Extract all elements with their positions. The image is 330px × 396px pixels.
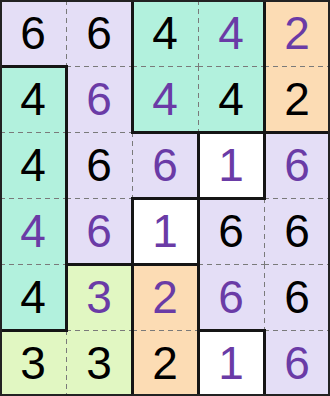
- solved-digit: 1: [152, 198, 178, 264]
- given-digit: 2: [152, 330, 178, 396]
- cell-r5c0[interactable]: 3: [0, 330, 66, 396]
- given-digit: 4: [218, 66, 244, 132]
- cell-r4c0[interactable]: 4: [0, 264, 66, 330]
- cell-r0c2[interactable]: 4: [132, 0, 198, 66]
- solved-digit: 2: [152, 264, 178, 330]
- cell-r2c3[interactable]: 1: [198, 132, 264, 198]
- given-digit: 4: [20, 264, 46, 330]
- cell-r1c0[interactable]: 4: [0, 66, 66, 132]
- given-digit: 6: [218, 198, 244, 264]
- cell-r1c2[interactable]: 4: [132, 66, 198, 132]
- cell-r0c4[interactable]: 2: [264, 0, 330, 66]
- cell-r4c3[interactable]: 6: [198, 264, 264, 330]
- solved-digit: 6: [284, 330, 310, 396]
- solved-digit: 2: [284, 0, 310, 66]
- solved-digit: 6: [86, 66, 112, 132]
- cell-r3c3[interactable]: 6: [198, 198, 264, 264]
- cell-r4c2[interactable]: 2: [132, 264, 198, 330]
- cell-r2c2[interactable]: 6: [132, 132, 198, 198]
- given-digit: 2: [284, 66, 310, 132]
- solved-digit: 4: [152, 66, 178, 132]
- fillomino-board: 664424644246616461664326633216: [0, 0, 330, 396]
- cell-r4c4[interactable]: 6: [264, 264, 330, 330]
- cell-r5c2[interactable]: 2: [132, 330, 198, 396]
- cell-r2c0[interactable]: 4: [0, 132, 66, 198]
- cell-r0c0[interactable]: 6: [0, 0, 66, 66]
- solved-digit: 1: [218, 132, 244, 198]
- cell-r5c4[interactable]: 6: [264, 330, 330, 396]
- given-digit: 4: [20, 132, 46, 198]
- cell-r4c1[interactable]: 3: [66, 264, 132, 330]
- cell-r1c4[interactable]: 2: [264, 66, 330, 132]
- cell-r3c4[interactable]: 6: [264, 198, 330, 264]
- solved-digit: 4: [218, 0, 244, 66]
- given-digit: 6: [86, 0, 112, 66]
- given-digit: 6: [20, 0, 46, 66]
- solved-digit: 6: [86, 198, 112, 264]
- solved-digit: 1: [218, 330, 244, 396]
- solved-digit: 4: [20, 198, 46, 264]
- given-digit: 6: [284, 264, 310, 330]
- given-digit: 4: [152, 0, 178, 66]
- given-digit: 6: [284, 198, 310, 264]
- solved-digit: 6: [284, 132, 310, 198]
- given-digit: 3: [86, 330, 112, 396]
- given-digit: 4: [20, 66, 46, 132]
- solved-digit: 3: [86, 264, 112, 330]
- cell-r2c1[interactable]: 6: [66, 132, 132, 198]
- solved-digit: 6: [218, 264, 244, 330]
- cell-r0c3[interactable]: 4: [198, 0, 264, 66]
- cell-r0c1[interactable]: 6: [66, 0, 132, 66]
- cell-r5c1[interactable]: 3: [66, 330, 132, 396]
- cell-r2c4[interactable]: 6: [264, 132, 330, 198]
- given-digit: 3: [20, 330, 46, 396]
- cell-r3c2[interactable]: 1: [132, 198, 198, 264]
- cell-r1c3[interactable]: 4: [198, 66, 264, 132]
- cell-r3c0[interactable]: 4: [0, 198, 66, 264]
- given-digit: 6: [86, 132, 112, 198]
- cell-r3c1[interactable]: 6: [66, 198, 132, 264]
- cell-r1c1[interactable]: 6: [66, 66, 132, 132]
- cell-r5c3[interactable]: 1: [198, 330, 264, 396]
- solved-digit: 6: [152, 132, 178, 198]
